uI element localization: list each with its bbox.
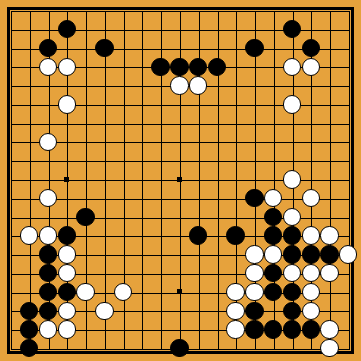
board-intersection[interactable] <box>57 57 76 76</box>
black-stone <box>39 39 57 57</box>
board-intersection[interactable] <box>39 57 58 76</box>
black-stone <box>264 283 282 301</box>
black-stone <box>58 226 76 244</box>
black-stone <box>151 58 169 76</box>
black-stone <box>226 226 244 244</box>
board-intersection[interactable] <box>170 339 189 358</box>
board-intersection[interactable] <box>283 170 302 189</box>
star-point <box>57 170 76 189</box>
white-stone <box>283 95 301 113</box>
black-stone <box>20 302 38 320</box>
black-stone <box>189 58 207 76</box>
board-intersection[interactable] <box>39 301 58 320</box>
black-stone <box>20 339 38 357</box>
board-intersection[interactable] <box>57 226 76 245</box>
board-intersection[interactable] <box>39 245 58 264</box>
board-intersection[interactable] <box>20 320 39 339</box>
black-stone <box>302 245 320 263</box>
black-stone <box>20 320 38 338</box>
board-intersection[interactable] <box>245 264 264 283</box>
black-stone <box>302 320 320 338</box>
white-stone <box>58 245 76 263</box>
white-stone <box>302 264 320 282</box>
board-intersection[interactable] <box>264 226 283 245</box>
board-intersection[interactable] <box>283 264 302 283</box>
black-stone <box>264 320 282 338</box>
board-intersection[interactable] <box>301 189 320 208</box>
board-intersection[interactable] <box>264 320 283 339</box>
board-intersection[interactable] <box>320 264 339 283</box>
white-stone <box>170 76 188 94</box>
board-intersection[interactable] <box>226 301 245 320</box>
black-stone <box>245 189 263 207</box>
board-intersection[interactable] <box>57 20 76 39</box>
black-stone <box>283 245 301 263</box>
star-point <box>170 283 189 302</box>
white-stone <box>114 283 132 301</box>
black-stone <box>170 339 188 357</box>
board-intersection[interactable] <box>283 20 302 39</box>
board-intersection[interactable] <box>57 283 76 302</box>
board-intersection[interactable] <box>245 39 264 58</box>
board-intersection[interactable] <box>170 57 189 76</box>
board-intersection[interactable] <box>57 320 76 339</box>
board-intersection[interactable] <box>39 320 58 339</box>
white-stone <box>189 76 207 94</box>
white-stone <box>320 339 338 357</box>
black-stone <box>283 226 301 244</box>
black-stone <box>58 283 76 301</box>
board-intersection[interactable] <box>301 245 320 264</box>
black-stone <box>95 39 113 57</box>
board-intersection[interactable] <box>189 76 208 95</box>
board-intersection[interactable] <box>57 245 76 264</box>
board-intersection[interactable] <box>283 320 302 339</box>
black-stone <box>245 39 263 57</box>
white-stone <box>39 189 57 207</box>
board-intersection[interactable] <box>245 283 264 302</box>
board-intersection[interactable] <box>39 264 58 283</box>
board-intersection[interactable] <box>114 283 133 302</box>
white-stone <box>39 226 57 244</box>
board-intersection[interactable] <box>283 57 302 76</box>
board-intersection[interactable] <box>245 320 264 339</box>
board-intersection[interactable] <box>39 132 58 151</box>
board-intersection[interactable] <box>189 226 208 245</box>
board-intersection[interactable] <box>283 245 302 264</box>
board-intersection[interactable] <box>245 189 264 208</box>
black-stone <box>76 208 94 226</box>
board-intersection[interactable] <box>283 283 302 302</box>
black-stone <box>245 302 263 320</box>
board-intersection[interactable] <box>283 95 302 114</box>
white-stone <box>302 226 320 244</box>
board-intersection[interactable] <box>339 245 358 264</box>
white-stone <box>58 302 76 320</box>
board-intersection[interactable] <box>39 189 58 208</box>
white-stone <box>302 189 320 207</box>
board-intersection[interactable] <box>95 301 114 320</box>
board-intersection[interactable] <box>283 301 302 320</box>
black-stone <box>264 264 282 282</box>
black-stone <box>189 226 207 244</box>
board-intersection[interactable] <box>57 264 76 283</box>
white-stone <box>226 320 244 338</box>
board-intersection[interactable] <box>320 320 339 339</box>
board-intersection[interactable] <box>20 226 39 245</box>
board-intersection[interactable] <box>264 283 283 302</box>
black-stone <box>39 283 57 301</box>
black-stone <box>264 208 282 226</box>
white-stone <box>20 226 38 244</box>
white-stone <box>58 320 76 338</box>
board-intersection[interactable] <box>95 39 114 58</box>
black-stone <box>283 320 301 338</box>
board-intersection[interactable] <box>20 301 39 320</box>
white-stone <box>320 264 338 282</box>
white-stone <box>283 264 301 282</box>
white-stone <box>39 320 57 338</box>
white-stone <box>58 95 76 113</box>
black-stone <box>283 20 301 38</box>
board-intersection[interactable] <box>170 76 189 95</box>
white-stone <box>58 58 76 76</box>
board-intersection[interactable] <box>283 208 302 227</box>
black-stone <box>170 58 188 76</box>
board-points <box>1 1 358 358</box>
white-stone <box>264 245 282 263</box>
board-intersection[interactable] <box>301 226 320 245</box>
board-intersection[interactable] <box>301 264 320 283</box>
board-intersection[interactable] <box>189 57 208 76</box>
board-intersection[interactable] <box>151 57 170 76</box>
white-stone <box>264 189 282 207</box>
black-stone <box>39 245 57 263</box>
white-stone <box>226 283 244 301</box>
board-intersection[interactable] <box>264 264 283 283</box>
board-intersection[interactable] <box>301 320 320 339</box>
white-stone <box>95 302 113 320</box>
black-stone <box>283 302 301 320</box>
go-board[interactable] <box>0 0 361 361</box>
white-stone <box>58 264 76 282</box>
board-intersection[interactable] <box>39 226 58 245</box>
board-intersection[interactable] <box>264 208 283 227</box>
board-intersection[interactable] <box>301 39 320 58</box>
board-intersection[interactable] <box>20 339 39 358</box>
white-stone <box>302 302 320 320</box>
white-stone <box>39 58 57 76</box>
board-intersection[interactable] <box>76 208 95 227</box>
board-intersection[interactable] <box>226 226 245 245</box>
white-stone <box>283 58 301 76</box>
star-point-dot <box>177 289 182 294</box>
star-point-dot <box>177 177 182 182</box>
board-intersection[interactable] <box>245 245 264 264</box>
black-stone <box>58 20 76 38</box>
black-stone <box>320 245 338 263</box>
board-intersection[interactable] <box>245 301 264 320</box>
black-stone <box>302 39 320 57</box>
white-stone <box>302 283 320 301</box>
white-stone <box>245 283 263 301</box>
board-intersection[interactable] <box>301 283 320 302</box>
board-intersection[interactable] <box>264 189 283 208</box>
board-intersection[interactable] <box>57 95 76 114</box>
white-stone <box>283 208 301 226</box>
board-intersection[interactable] <box>57 301 76 320</box>
black-stone <box>245 320 263 338</box>
board-intersection[interactable] <box>76 283 95 302</box>
black-stone <box>264 226 282 244</box>
black-stone <box>39 264 57 282</box>
board-intersection[interactable] <box>301 57 320 76</box>
black-stone <box>283 283 301 301</box>
board-intersection[interactable] <box>320 339 339 358</box>
white-stone <box>245 264 263 282</box>
board-intersection[interactable] <box>39 283 58 302</box>
board-intersection[interactable] <box>264 245 283 264</box>
white-stone <box>320 226 338 244</box>
star-point-dot <box>64 177 69 182</box>
board-intersection[interactable] <box>301 301 320 320</box>
board-intersection[interactable] <box>39 39 58 58</box>
white-stone <box>302 58 320 76</box>
board-intersection[interactable] <box>208 57 227 76</box>
white-stone <box>245 245 263 263</box>
white-stone <box>320 320 338 338</box>
white-stone <box>226 302 244 320</box>
black-stone <box>39 302 57 320</box>
board-intersection[interactable] <box>320 245 339 264</box>
black-stone <box>208 58 226 76</box>
board-intersection[interactable] <box>226 320 245 339</box>
board-intersection[interactable] <box>226 283 245 302</box>
white-stone <box>339 245 357 263</box>
white-stone <box>39 133 57 151</box>
board-intersection[interactable] <box>283 226 302 245</box>
star-point <box>170 170 189 189</box>
white-stone <box>283 170 301 188</box>
white-stone <box>76 283 94 301</box>
board-intersection[interactable] <box>320 226 339 245</box>
